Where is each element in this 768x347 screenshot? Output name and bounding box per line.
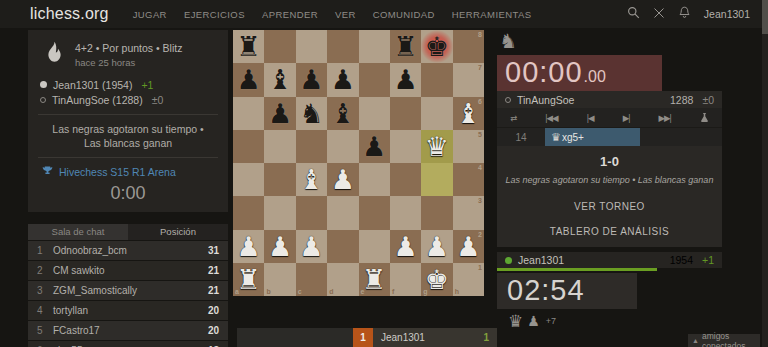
square-f8[interactable]: ♜ <box>390 30 421 63</box>
captured-material-row: ♛ ♟ +7 <box>497 311 722 331</box>
game-panel: ♞ 00:00.00 TinAungSoe 1288 ±0 ⇄|◀◀|◀▶|▶▶… <box>497 30 722 331</box>
piece-white-rook[interactable]: ♜ <box>233 263 264 296</box>
piece-black-rook[interactable]: ♜ <box>390 30 421 63</box>
standing-rank: 3 <box>37 285 53 296</box>
opponent-row: TinAungSoe 1288 ±0 <box>497 91 722 108</box>
square-c4[interactable]: ♝ <box>296 163 327 196</box>
piece-black-bishop[interactable]: ♝ <box>264 63 295 96</box>
coord-rank-3: 3 <box>478 197 482 204</box>
standing-score: 21 <box>208 285 219 296</box>
analysis-board-button[interactable]: TABLERO DE ANÁLISIS <box>503 226 716 237</box>
square-b4[interactable] <box>264 163 295 196</box>
square-e6[interactable] <box>359 97 390 130</box>
chess-board: ♜♜♚8♟♝♟♟♟7♟♞♝6♝♟♛5♝♟43♟♟♟♟♟2♟a♜bcde♜fg♚h… <box>233 30 484 296</box>
nav-item-aprender[interactable]: APRENDER <box>262 9 318 20</box>
game-age-label: hace 25 horas <box>75 57 182 68</box>
chevron-up-icon: ▲ <box>692 337 699 344</box>
square-a6[interactable] <box>233 97 264 130</box>
square-g4[interactable] <box>421 163 452 196</box>
square-d4[interactable]: ♟ <box>327 163 358 196</box>
coord-file-b: b <box>266 288 270 295</box>
square-f5[interactable] <box>390 130 421 163</box>
standing-score: 21 <box>208 265 219 276</box>
nav-menu: JUGAREJERCICIOSAPRENDERVERCOMUNIDADHERRA… <box>133 9 532 20</box>
standing-name: CM sawkito <box>53 265 208 276</box>
opponent-rating-delta: ±0 <box>702 94 714 106</box>
opponent-rating: 1288 <box>670 94 693 106</box>
current-move[interactable]: ♛ xg5+ <box>545 128 640 146</box>
white-player-line[interactable]: Jean1301 (1954) +1 <box>40 77 218 92</box>
piece-black-pawn[interactable]: ♟ <box>327 63 358 96</box>
nav-item-herramientas[interactable]: HERRAMIENTAS <box>452 9 532 20</box>
standing-player-name: Jean1301 <box>381 332 483 343</box>
standings-row[interactable]: 2CM sawkito21 <box>28 261 228 280</box>
square-e5[interactable]: ♟ <box>359 130 390 163</box>
black-rating-delta: ±0 <box>152 94 164 106</box>
square-f3[interactable] <box>390 196 421 229</box>
material-advantage: +7 <box>546 316 556 326</box>
standing-name: FCastro17 <box>53 325 208 336</box>
first-move-icon[interactable]: |◀◀ <box>545 113 557 123</box>
game-result-status: Las negras agotaron su tiempo • Las blan… <box>38 114 218 157</box>
username-menu[interactable]: Jean1301 <box>704 8 750 20</box>
player-rating: 1954 <box>670 254 693 266</box>
opponent-name[interactable]: TinAungSoe <box>517 94 664 106</box>
square-d1[interactable]: d <box>327 263 358 296</box>
search-icon[interactable] <box>627 5 640 23</box>
coord-file-c: c <box>298 288 302 295</box>
square-c7[interactable]: ♟ <box>296 63 327 96</box>
coord-rank-7: 7 <box>478 64 482 71</box>
piece-black-pawn[interactable]: ♟ <box>390 63 421 96</box>
square-b2[interactable]: ♟ <box>264 230 295 263</box>
nav-item-ejercicios[interactable]: EJERCICIOS <box>184 9 245 20</box>
time-remaining-bar <box>497 268 657 271</box>
standings-row[interactable]: 6vjap5518 <box>28 341 228 347</box>
standing-rank: 4 <box>37 305 53 316</box>
square-h8[interactable]: 8 <box>453 30 484 63</box>
square-h7[interactable]: 7 <box>453 63 484 96</box>
game-players: Jean1301 (1954) +1 TinAungSoe (1288) ±0 <box>40 77 218 107</box>
square-a7[interactable]: ♟ <box>233 63 264 96</box>
player-rating-delta: +1 <box>702 254 714 266</box>
nav-right: Jean1301 <box>627 5 750 23</box>
square-h6[interactable]: 6♝ <box>453 97 484 130</box>
square-f2[interactable]: ♟ <box>390 230 421 263</box>
square-f6[interactable] <box>390 97 421 130</box>
square-e8[interactable] <box>359 30 390 63</box>
coord-rank-4: 4 <box>478 164 482 171</box>
player-row: Jean1301 1954 +1 <box>497 252 722 268</box>
square-b1[interactable]: b <box>264 263 295 296</box>
square-d3[interactable] <box>327 196 358 229</box>
captured-queen-icon: ♛ <box>508 311 523 331</box>
tab-standings[interactable]: Posición <box>128 224 228 240</box>
standing-name: tortyllan <box>53 305 208 316</box>
piece-white-bishop[interactable]: ♝ <box>296 163 327 196</box>
previous-move-icon[interactable]: |◀ <box>587 113 594 123</box>
standing-score: 31 <box>208 245 219 256</box>
piece-white-pawn[interactable]: ♟ <box>421 230 452 263</box>
square-g6[interactable] <box>421 97 452 130</box>
piece-black-pawn[interactable]: ♟ <box>233 63 264 96</box>
standings-row[interactable]: 3ZGM_Samostically21 <box>28 281 228 300</box>
square-g1[interactable]: g♚ <box>421 263 452 296</box>
piece-white-pawn[interactable]: ♟ <box>233 230 264 263</box>
coord-file-d: d <box>329 288 333 295</box>
standing-rank: 2 <box>37 265 53 276</box>
coord-file-h: h <box>455 288 459 295</box>
square-g2[interactable]: ♟ <box>421 230 452 263</box>
piece-black-bishop[interactable]: ♝ <box>327 97 358 130</box>
piece-white-pawn[interactable]: ♟ <box>453 230 484 263</box>
result-block: 1-0 Las negras agotaron su tiempo • Las … <box>497 146 722 247</box>
game-info-box: 4+2 • Por puntos • Blitz hace 25 horas J… <box>28 30 228 212</box>
standing-score: 20 <box>208 305 219 316</box>
square-d5[interactable] <box>327 130 358 163</box>
standing-name: Odnoobraz_bcm <box>53 245 208 256</box>
piece-black-pawn[interactable]: ♟ <box>296 63 327 96</box>
piece-black-knight[interactable]: ♞ <box>296 97 327 130</box>
player-standing-row[interactable]: Jean1301 1 <box>373 328 497 347</box>
square-d8[interactable] <box>327 30 358 63</box>
square-f7[interactable]: ♟ <box>390 63 421 96</box>
player-name[interactable]: Jean1301 <box>518 254 664 266</box>
white-color-icon <box>40 81 47 88</box>
square-e2[interactable] <box>359 230 390 263</box>
result-description: Las negras agotaron su tiempo • Las blan… <box>503 175 716 185</box>
move-list: 14 ♛ xg5+ <box>497 127 722 146</box>
white-rating-delta: +1 <box>141 79 153 91</box>
square-e3[interactable] <box>359 196 390 229</box>
top-nav: lichess.org JUGAREJERCICIOSAPRENDERVERCO… <box>0 0 762 28</box>
nav-item-comunidad[interactable]: COMUNIDAD <box>373 9 435 20</box>
square-a3[interactable] <box>233 196 264 229</box>
nav-item-jugar[interactable]: JUGAR <box>133 9 167 20</box>
friends-bar[interactable]: ▲ amigos conectados <box>688 334 760 347</box>
player-rank-badge: 1 <box>353 328 373 347</box>
sidebar-tabs: Sala de chat Posición <box>28 224 228 240</box>
standing-rank: 5 <box>37 325 53 336</box>
square-a2[interactable]: ♟ <box>233 230 264 263</box>
challenges-icon[interactable] <box>653 5 665 23</box>
piece-white-king[interactable]: ♚ <box>421 263 452 296</box>
tab-chat[interactable]: Sala de chat <box>28 224 128 240</box>
online-status-icon <box>505 257 512 264</box>
square-c5[interactable] <box>296 130 327 163</box>
board-controls: ⇄|◀◀|◀▶|▶▶| <box>497 108 722 127</box>
standing-player-score: 1 <box>483 332 489 343</box>
lichess-logo[interactable]: lichess.org <box>30 5 109 23</box>
scrollbar-thumb[interactable] <box>762 0 768 34</box>
piece-black-pawn[interactable]: ♟ <box>264 97 295 130</box>
move-number: 14 <box>497 132 545 143</box>
square-c3[interactable] <box>296 196 327 229</box>
trophy-icon <box>42 165 53 178</box>
analysis-flask-icon[interactable] <box>700 112 709 123</box>
square-h2[interactable]: 2♟ <box>453 230 484 263</box>
piece-white-bishop[interactable]: ♝ <box>453 97 484 130</box>
square-h1[interactable]: h1 <box>453 263 484 296</box>
standings-list: 1Odnoobraz_bcm312CM sawkito213ZGM_Samost… <box>28 241 228 347</box>
square-e7[interactable] <box>359 63 390 96</box>
square-g7[interactable] <box>421 63 452 96</box>
piece-white-pawn[interactable]: ♟ <box>264 230 295 263</box>
standing-rank: 1 <box>37 245 53 256</box>
coord-file-f: f <box>392 288 394 295</box>
square-h3[interactable]: 3 <box>453 196 484 229</box>
coord-rank-8: 8 <box>478 31 482 38</box>
square-c6[interactable]: ♞ <box>296 97 327 130</box>
square-c8[interactable] <box>296 30 327 63</box>
captured-knight-icon: ♞ <box>497 30 722 55</box>
piece-white-pawn[interactable]: ♟ <box>390 230 421 263</box>
standing-name: ZGM_Samostically <box>53 285 208 296</box>
square-c1[interactable]: c <box>296 263 327 296</box>
square-b6[interactable]: ♟ <box>264 97 295 130</box>
square-d2[interactable] <box>327 230 358 263</box>
time-control-label: 4+2 • Por puntos • Blitz <box>75 42 182 54</box>
square-b8[interactable] <box>264 30 295 63</box>
flip-board-icon[interactable]: ⇄ <box>510 113 516 123</box>
standings-row[interactable]: 1Odnoobraz_bcm31 <box>28 241 228 260</box>
square-b5[interactable] <box>264 130 295 163</box>
offline-status-icon <box>505 97 511 103</box>
left-sidebar: 4+2 • Por puntos • Blitz hace 25 horas J… <box>28 30 228 347</box>
under-board-empty-cell <box>237 328 353 347</box>
square-g8[interactable]: ♚ <box>421 30 452 63</box>
square-a1[interactable]: a♜ <box>233 263 264 296</box>
tournament-timer: 0:00 <box>38 178 218 208</box>
standings-row[interactable]: 4tortyllan20 <box>28 301 228 320</box>
piece-white-queen[interactable]: ♛ <box>421 130 452 163</box>
square-h4[interactable]: 4 <box>453 163 484 196</box>
square-h5[interactable]: 5 <box>453 130 484 163</box>
black-player-line[interactable]: TinAungSoe (1288) ±0 <box>40 92 218 107</box>
queen-figurine-icon: ♛ <box>551 131 561 144</box>
piece-black-rook[interactable]: ♜ <box>233 30 264 63</box>
square-e4[interactable] <box>359 163 390 196</box>
last-move-icon[interactable]: ▶▶| <box>659 113 671 123</box>
black-color-icon <box>40 97 46 103</box>
standings-row[interactable]: 5FCastro1720 <box>28 321 228 340</box>
coord-rank-5: 5 <box>478 131 482 138</box>
square-a4[interactable] <box>233 163 264 196</box>
white-clock: 02:54 <box>497 273 637 309</box>
square-g3[interactable] <box>421 196 452 229</box>
piece-white-pawn[interactable]: ♟ <box>296 230 327 263</box>
square-b3[interactable] <box>264 196 295 229</box>
tournament-link[interactable]: Hivechess S15 R1 Arena <box>38 157 218 178</box>
next-move-icon[interactable]: ▶| <box>623 113 630 123</box>
square-d7[interactable]: ♟ <box>327 63 358 96</box>
blitz-flame-icon <box>44 40 65 70</box>
square-a5[interactable] <box>233 130 264 163</box>
notifications-bell-icon[interactable] <box>678 5 691 23</box>
square-g5[interactable]: ♛ <box>421 130 452 163</box>
piece-white-rook[interactable]: ♜ <box>359 263 390 296</box>
square-e1[interactable]: e♜ <box>359 263 390 296</box>
result-score: 1-0 <box>503 154 716 169</box>
square-f1[interactable]: f <box>390 263 421 296</box>
standing-score: 20 <box>208 325 219 336</box>
square-b7[interactable]: ♝ <box>264 63 295 96</box>
under-board-bar: 1 Jean1301 1 <box>237 328 497 347</box>
piece-black-pawn[interactable]: ♟ <box>359 130 390 163</box>
coord-rank-1: 1 <box>478 264 482 271</box>
square-c2[interactable]: ♟ <box>296 230 327 263</box>
piece-black-king[interactable]: ♚ <box>421 30 452 63</box>
square-d6[interactable]: ♝ <box>327 97 358 130</box>
nav-item-ver[interactable]: VER <box>335 9 356 20</box>
friends-label: amigos conectados <box>702 331 756 347</box>
black-clock: 00:00.00 <box>497 55 662 91</box>
view-tournament-button[interactable]: VER TORNEO <box>503 201 716 212</box>
page-scrollbar[interactable] <box>762 0 768 347</box>
square-a8[interactable]: ♜ <box>233 30 264 63</box>
square-f4[interactable] <box>390 163 421 196</box>
captured-pawn-icon: ♟ <box>527 313 540 329</box>
piece-white-pawn[interactable]: ♟ <box>327 163 358 196</box>
